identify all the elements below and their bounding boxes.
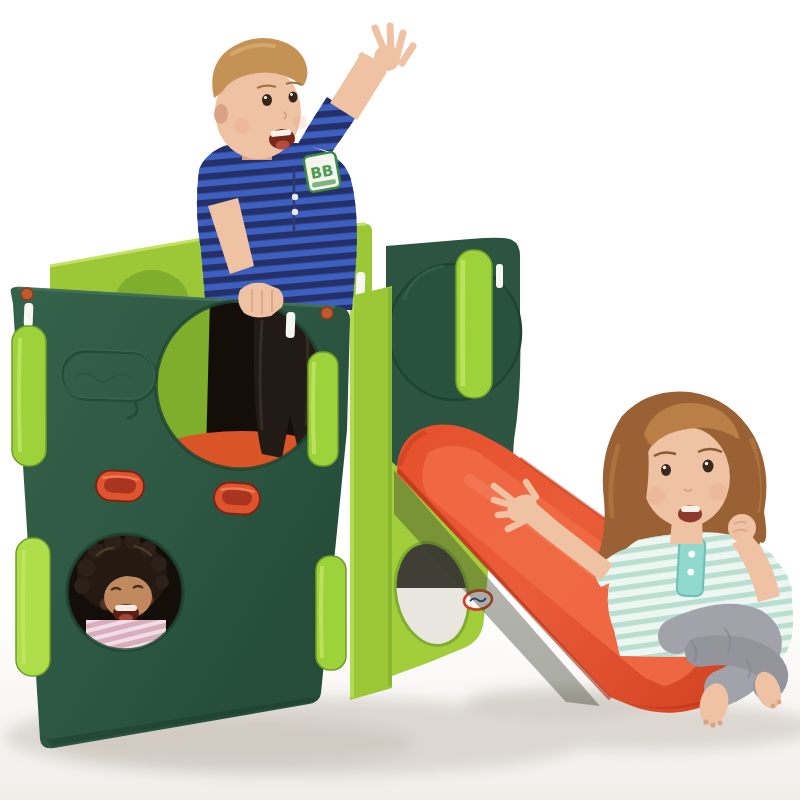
girl-blush [709, 483, 727, 501]
boy-polo-button [292, 194, 298, 200]
girl-eye-glint [705, 462, 708, 465]
girl-eye-right [703, 460, 714, 473]
boy-ear [214, 104, 228, 124]
handle-highlight [463, 260, 464, 386]
girl-eye-glint [663, 466, 666, 469]
boy-blush [234, 118, 250, 134]
front-panel-slot-right [286, 312, 296, 338]
scene-canvas: BB [0, 0, 800, 800]
girl-shirt-placket [677, 537, 706, 596]
red-handle-left-slot [104, 477, 137, 494]
girl-teeth [681, 506, 700, 512]
peek-child-teeth [115, 605, 137, 611]
boy-eye-glint [290, 93, 293, 96]
placket-panel [677, 537, 706, 596]
boy-eye-glint [264, 96, 267, 99]
boy-eye-left [262, 94, 272, 106]
boy-polo-button [292, 209, 298, 215]
girl-blush [647, 487, 665, 505]
girl-right-fist [728, 514, 756, 542]
boy-eye-right [289, 92, 298, 103]
boy-shirt-patch: BB [303, 151, 341, 192]
red-handle-right-slot [222, 489, 253, 506]
product-photo-scene: BB [0, 0, 800, 800]
girl-eye-left [661, 464, 671, 476]
rivet-left [21, 288, 33, 300]
peek-child-blush [142, 594, 154, 606]
right-panel-near-edge [350, 286, 392, 700]
peek-child-blush [100, 598, 112, 610]
front-panel-slot-left [24, 303, 34, 327]
rivet-right [321, 307, 333, 319]
boy-blush [293, 115, 307, 129]
back-right-panel-slot [496, 264, 503, 288]
